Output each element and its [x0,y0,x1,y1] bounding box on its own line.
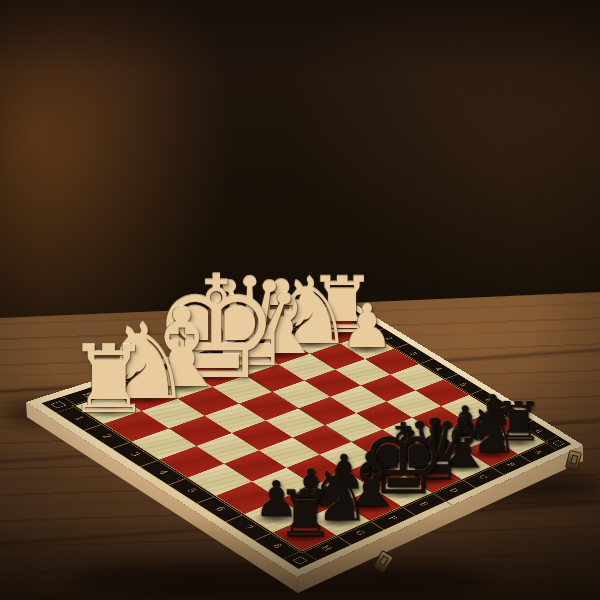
scene: 1234567812345678ABCDEFGHABCDEFGH ♜♞♟♝♛♚♝… [0,0,600,600]
